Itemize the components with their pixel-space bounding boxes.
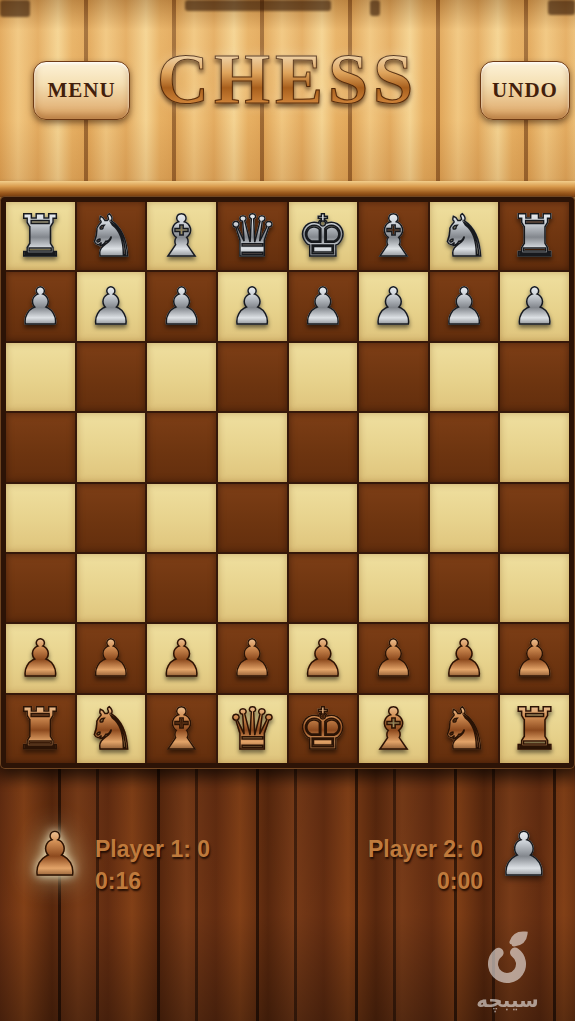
white-pawn-c2[interactable]: ♟ [159,633,205,684]
white-queen-d1[interactable]: ♛ [226,700,278,758]
square-f8[interactable]: ♝ [359,202,428,270]
square-c4[interactable] [147,484,216,552]
square-d2[interactable]: ♟ [218,624,287,692]
white-pawn-e2[interactable]: ♟ [300,633,346,684]
black-pawn-d7[interactable]: ♟ [229,281,275,332]
player1-pawn-icon: ♟ [28,825,82,885]
white-bishop-c1[interactable]: ♝ [156,700,208,758]
white-pawn-h2[interactable]: ♟ [512,633,558,684]
square-a3[interactable] [6,554,75,622]
black-queen-d8[interactable]: ♛ [226,207,278,265]
square-b8[interactable]: ♞ [77,202,146,270]
player1-clock: 0:16 [95,868,141,895]
square-h7[interactable]: ♟ [500,272,569,340]
square-c1[interactable]: ♝ [147,695,216,763]
square-g3[interactable] [430,554,499,622]
square-h4[interactable] [500,484,569,552]
square-c6[interactable] [147,343,216,411]
plank-end-mark [185,0,331,11]
square-g8[interactable]: ♞ [430,202,499,270]
square-h2[interactable]: ♟ [500,624,569,692]
player2-score-label: Player 2: 0 [368,836,483,863]
square-b4[interactable] [77,484,146,552]
black-pawn-b7[interactable]: ♟ [88,281,134,332]
black-pawn-c7[interactable]: ♟ [159,281,205,332]
square-e3[interactable] [289,554,358,622]
square-f5[interactable] [359,413,428,481]
square-g4[interactable] [430,484,499,552]
black-knight-g8[interactable]: ♞ [438,207,490,265]
black-pawn-f7[interactable]: ♟ [371,281,417,332]
square-h3[interactable] [500,554,569,622]
square-a8[interactable]: ♜ [6,202,75,270]
plank-end-mark [0,0,30,17]
square-d6[interactable] [218,343,287,411]
square-b3[interactable] [77,554,146,622]
square-b7[interactable]: ♟ [77,272,146,340]
white-pawn-g2[interactable]: ♟ [441,633,487,684]
white-king-e1[interactable]: ♚ [297,700,349,758]
square-f1[interactable]: ♝ [359,695,428,763]
square-d3[interactable] [218,554,287,622]
square-f7[interactable]: ♟ [359,272,428,340]
square-g5[interactable] [430,413,499,481]
white-pawn-f2[interactable]: ♟ [371,633,417,684]
black-rook-h8[interactable]: ♜ [509,207,561,265]
square-d1[interactable]: ♛ [218,695,287,763]
black-pawn-a7[interactable]: ♟ [17,281,63,332]
undo-button[interactable]: UNDO [480,61,570,120]
square-e2[interactable]: ♟ [289,624,358,692]
square-e8[interactable]: ♚ [289,202,358,270]
square-e5[interactable] [289,413,358,481]
square-d5[interactable] [218,413,287,481]
square-d4[interactable] [218,484,287,552]
square-b5[interactable] [77,413,146,481]
black-pawn-g7[interactable]: ♟ [441,281,487,332]
board[interactable]: ♜♞♝♛♚♝♞♜♟♟♟♟♟♟♟♟♟♟♟♟♟♟♟♟♜♞♝♛♚♝♞♜ [6,202,569,763]
square-g1[interactable]: ♞ [430,695,499,763]
player1-score-label: Player 1: 0 [95,836,210,863]
square-a4[interactable] [6,484,75,552]
plank-end-mark [548,0,575,15]
white-pawn-b2[interactable]: ♟ [88,633,134,684]
square-h1[interactable]: ♜ [500,695,569,763]
square-f4[interactable] [359,484,428,552]
square-c8[interactable]: ♝ [147,202,216,270]
player2-pawn-icon: ♟ [497,825,551,885]
black-rook-a8[interactable]: ♜ [14,207,66,265]
square-c3[interactable] [147,554,216,622]
white-pawn-d2[interactable]: ♟ [229,633,275,684]
black-knight-b8[interactable]: ♞ [85,207,137,265]
square-e6[interactable] [289,343,358,411]
board-frame: ♜♞♝♛♚♝♞♜♟♟♟♟♟♟♟♟♟♟♟♟♟♟♟♟♜♞♝♛♚♝♞♜ [0,196,575,769]
square-d7[interactable]: ♟ [218,272,287,340]
square-f6[interactable] [359,343,428,411]
square-f2[interactable]: ♟ [359,624,428,692]
square-c2[interactable]: ♟ [147,624,216,692]
wood-background-bottom [0,755,575,1021]
square-a7[interactable]: ♟ [6,272,75,340]
black-pawn-h7[interactable]: ♟ [512,281,558,332]
menu-button[interactable]: MENU [33,61,130,120]
player2-clock: 0:00 [437,868,483,895]
square-f3[interactable] [359,554,428,622]
square-g6[interactable] [430,343,499,411]
square-g2[interactable]: ♟ [430,624,499,692]
square-b1[interactable]: ♞ [77,695,146,763]
square-d8[interactable]: ♛ [218,202,287,270]
black-king-e8[interactable]: ♚ [297,207,349,265]
square-b6[interactable] [77,343,146,411]
black-pawn-e7[interactable]: ♟ [300,281,346,332]
white-knight-g1[interactable]: ♞ [438,700,490,758]
square-h5[interactable] [500,413,569,481]
white-knight-b1[interactable]: ♞ [85,700,137,758]
white-pawn-a2[interactable]: ♟ [17,633,63,684]
square-a5[interactable] [6,413,75,481]
square-h6[interactable] [500,343,569,411]
square-h8[interactable]: ♜ [500,202,569,270]
square-b2[interactable]: ♟ [77,624,146,692]
square-e7[interactable]: ♟ [289,272,358,340]
square-e1[interactable]: ♚ [289,695,358,763]
square-a6[interactable] [6,343,75,411]
black-bishop-f8[interactable]: ♝ [367,207,419,265]
white-bishop-f1[interactable]: ♝ [367,700,419,758]
square-e4[interactable] [289,484,358,552]
white-rook-a1[interactable]: ♜ [14,700,66,758]
plank-end-mark [370,0,380,16]
square-a2[interactable]: ♟ [6,624,75,692]
white-rook-h1[interactable]: ♜ [509,700,561,758]
square-c5[interactable] [147,413,216,481]
square-g7[interactable]: ♟ [430,272,499,340]
square-a1[interactable]: ♜ [6,695,75,763]
black-bishop-c8[interactable]: ♝ [156,207,208,265]
wood-ledge [0,181,575,197]
square-c7[interactable]: ♟ [147,272,216,340]
chess-app-screen: CHESS MENU UNDO ♜♞♝♛♚♝♞♜♟♟♟♟♟♟♟♟♟♟♟♟♟♟♟♟… [0,0,575,1021]
